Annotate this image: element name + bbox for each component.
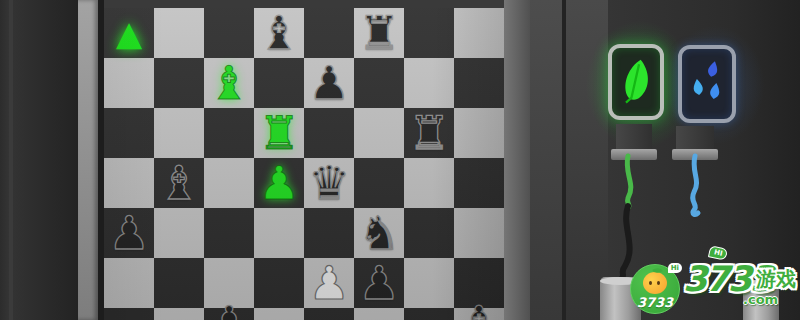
- square-r2-c4[interactable]: [304, 108, 354, 158]
- chess-board[interactable]: ▲♝♜♝♟♜♜♝♟♛♟♞♟♟♟♝: [104, 8, 504, 320]
- water-drops-icon: [687, 57, 727, 111]
- square-r2-c0[interactable]: [104, 108, 154, 158]
- black-pawn[interactable]: ♟: [104, 208, 154, 258]
- square-r0-c7[interactable]: [454, 8, 504, 58]
- black-rook[interactable]: ♜: [404, 108, 454, 158]
- square-r4-c3[interactable]: [254, 208, 304, 258]
- left-socket: [616, 124, 652, 150]
- blue-cable[interactable]: [693, 156, 698, 214]
- square-r1-c1[interactable]: [154, 58, 204, 108]
- black-bishop[interactable]: ♝: [254, 8, 304, 58]
- black-rook[interactable]: ♜: [354, 8, 404, 58]
- square-r6-c3[interactable]: [254, 308, 304, 320]
- square-r2-c2[interactable]: [204, 108, 254, 158]
- square-r4-c1[interactable]: [154, 208, 204, 258]
- mascot-eye: [657, 281, 660, 285]
- tangerine-mascot: [643, 272, 667, 294]
- green-cable[interactable]: [627, 156, 631, 208]
- green-rook[interactable]: ♜: [254, 108, 304, 158]
- square-r3-c0[interactable]: [104, 158, 154, 208]
- square-r5-c1[interactable]: [154, 258, 204, 308]
- square-r3-c2[interactable]: [204, 158, 254, 208]
- water-button[interactable]: [678, 45, 736, 123]
- square-r3-c5[interactable]: [354, 158, 404, 208]
- square-r3-c7[interactable]: [454, 158, 504, 208]
- right-socket: [676, 126, 714, 150]
- square-r1-c3[interactable]: [254, 58, 304, 108]
- black-bishop[interactable]: ♝: [454, 298, 504, 320]
- green-pawn[interactable]: ♟: [254, 158, 304, 208]
- square-r0-c6[interactable]: [404, 8, 454, 58]
- black-pawn[interactable]: ♟: [204, 298, 254, 320]
- square-r0-c4[interactable]: [304, 8, 354, 58]
- black-queen[interactable]: ♛: [304, 158, 354, 208]
- square-r3-c6[interactable]: [404, 158, 454, 208]
- leaf-icon: [617, 56, 655, 108]
- left-wall-edge: [9, 0, 13, 320]
- chess-puzzle-scene: ▲♝♜♝♟♜♜♝♟♛♟♞♟♟♟♝ Hi: [0, 0, 800, 320]
- square-r4-c7[interactable]: [454, 208, 504, 258]
- mascot-eye: [649, 281, 652, 285]
- square-r4-c2[interactable]: [204, 208, 254, 258]
- badge-number: 3733: [631, 295, 679, 310]
- wall-section: [530, 0, 562, 320]
- square-r6-c1[interactable]: [154, 308, 204, 320]
- board-frame-left: [78, 0, 98, 320]
- badge-hi-bubble: Hi: [668, 263, 682, 273]
- square-r6-c0[interactable]: [104, 308, 154, 320]
- black-pawn[interactable]: ♟: [354, 258, 404, 308]
- black-bishop[interactable]: ♝: [154, 158, 204, 208]
- square-r5-c0[interactable]: [104, 258, 154, 308]
- green-bishop[interactable]: ♝: [204, 58, 254, 108]
- black-pawn[interactable]: ♟: [304, 58, 354, 108]
- square-r1-c0[interactable]: [104, 58, 154, 108]
- brand-name: 游戏: [756, 266, 796, 293]
- square-r2-c1[interactable]: [154, 108, 204, 158]
- board-frame-top: [104, 0, 504, 8]
- leaf-button[interactable]: [608, 44, 664, 120]
- square-r2-c5[interactable]: [354, 108, 404, 158]
- black-knight[interactable]: ♞: [354, 208, 404, 258]
- square-r0-c2[interactable]: [204, 8, 254, 58]
- square-r4-c4[interactable]: [304, 208, 354, 258]
- watermark-badge: Hi 3733: [630, 264, 680, 314]
- square-r1-c6[interactable]: [404, 58, 454, 108]
- square-r2-c7[interactable]: [454, 108, 504, 158]
- board-frame-right: [504, 0, 530, 320]
- green-marker-triangle[interactable]: ▲: [104, 8, 154, 58]
- square-r1-c5[interactable]: [354, 58, 404, 108]
- square-r0-c1[interactable]: [154, 8, 204, 58]
- white-pawn[interactable]: ♟: [304, 258, 354, 308]
- brand-domain: .com: [743, 292, 778, 307]
- mascot-leaf: [652, 267, 662, 275]
- square-r5-c6[interactable]: [404, 258, 454, 308]
- square-r6-c6[interactable]: [404, 308, 454, 320]
- square-r5-c3[interactable]: [254, 258, 304, 308]
- black-cable[interactable]: [622, 206, 630, 278]
- watermark-brand: HI 3733 游戏 .com: [683, 253, 800, 320]
- square-r4-c6[interactable]: [404, 208, 454, 258]
- square-r1-c7[interactable]: [454, 58, 504, 108]
